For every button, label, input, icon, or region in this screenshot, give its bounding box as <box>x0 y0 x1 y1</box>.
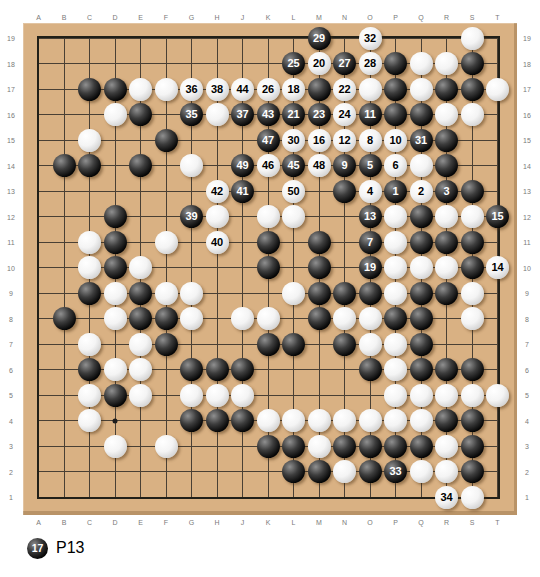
stone-H5 <box>206 384 229 407</box>
row-label-right: 6 <box>525 366 529 373</box>
stone-M16: 23 <box>308 103 331 126</box>
column-label-bottom: R <box>444 519 449 526</box>
column-label-bottom: F <box>164 519 168 526</box>
stone-C7 <box>78 333 101 356</box>
stone-O17 <box>359 78 382 101</box>
stone-K11 <box>257 231 280 254</box>
caption-move-number: 17 <box>32 542 44 554</box>
stone-D5 <box>104 384 127 407</box>
stone-N14: 9 <box>333 154 356 177</box>
stone-E17 <box>129 78 152 101</box>
stone-M11 <box>308 231 331 254</box>
row-label-right: 2 <box>525 468 529 475</box>
stone-G9 <box>180 282 203 305</box>
stone-P16 <box>384 103 407 126</box>
column-label-top: K <box>266 14 271 21</box>
stone-D6 <box>104 358 127 381</box>
row-label-right: 7 <box>525 341 529 348</box>
stone-H4 <box>206 409 229 432</box>
stone-N2 <box>333 460 356 483</box>
row-label-right: 8 <box>525 315 529 322</box>
row-label-right: 3 <box>525 443 529 450</box>
stone-F11 <box>155 231 178 254</box>
column-label-top: P <box>393 14 398 21</box>
stone-K16: 43 <box>257 103 280 126</box>
stone-S10 <box>461 256 484 279</box>
stone-E8 <box>129 307 152 330</box>
stone-J6 <box>231 358 254 381</box>
stone-O8 <box>359 307 382 330</box>
stone-S17 <box>461 78 484 101</box>
column-label-bottom: E <box>138 519 143 526</box>
stone-Q12 <box>410 205 433 228</box>
stone-O4 <box>359 409 382 432</box>
row-label-left: 5 <box>9 392 13 399</box>
stone-E9 <box>129 282 152 305</box>
stone-K4 <box>257 409 280 432</box>
stone-S8 <box>461 307 484 330</box>
stone-L18: 25 <box>282 52 305 75</box>
stone-M10 <box>308 256 331 279</box>
stone-C11 <box>78 231 101 254</box>
row-label-right: 14 <box>523 162 531 169</box>
row-label-right: 12 <box>523 213 531 220</box>
stone-C15 <box>78 129 101 152</box>
stone-K7 <box>257 333 280 356</box>
column-label-top: R <box>444 14 449 21</box>
row-label-left: 1 <box>9 494 13 501</box>
stone-R11 <box>435 231 458 254</box>
stone-M15: 16 <box>308 129 331 152</box>
stone-M18: 20 <box>308 52 331 75</box>
stone-F9 <box>155 282 178 305</box>
stone-D11 <box>104 231 127 254</box>
stone-R17 <box>435 78 458 101</box>
stone-O16: 11 <box>359 103 382 126</box>
stone-L15: 30 <box>282 129 305 152</box>
stone-T5 <box>486 384 509 407</box>
stone-Q15: 31 <box>410 129 433 152</box>
stone-O19: 32 <box>359 27 382 50</box>
stone-D3 <box>104 435 127 458</box>
stone-T10: 14 <box>486 256 509 279</box>
stone-Q16 <box>410 103 433 126</box>
column-label-top: E <box>138 14 143 21</box>
stone-K15: 47 <box>257 129 280 152</box>
stone-S1 <box>461 486 484 509</box>
column-label-top: F <box>164 14 168 21</box>
stone-J13: 41 <box>231 180 254 203</box>
row-label-left: 13 <box>7 188 15 195</box>
stone-N3 <box>333 435 356 458</box>
row-label-right: 9 <box>525 290 529 297</box>
stone-E7 <box>129 333 152 356</box>
row-label-left: 7 <box>9 341 13 348</box>
stone-P8 <box>384 307 407 330</box>
stone-G16: 35 <box>180 103 203 126</box>
row-label-left: 17 <box>7 86 15 93</box>
column-label-bottom: N <box>342 519 347 526</box>
column-label-bottom: S <box>470 519 475 526</box>
stone-M14: 48 <box>308 154 331 177</box>
stone-D10 <box>104 256 127 279</box>
row-label-left: 6 <box>9 366 13 373</box>
stone-O6 <box>359 358 382 381</box>
column-label-top: Q <box>418 14 423 21</box>
stone-N7 <box>333 333 356 356</box>
column-label-bottom: O <box>367 519 372 526</box>
column-label-bottom: D <box>112 519 117 526</box>
stone-D8 <box>104 307 127 330</box>
stone-F3 <box>155 435 178 458</box>
stone-L7 <box>282 333 305 356</box>
stone-P7 <box>384 333 407 356</box>
row-label-right: 13 <box>523 188 531 195</box>
stone-P4 <box>384 409 407 432</box>
stone-O13: 4 <box>359 180 382 203</box>
stone-S6 <box>461 358 484 381</box>
stone-R14 <box>435 154 458 177</box>
stone-M3 <box>308 435 331 458</box>
stone-G17: 36 <box>180 78 203 101</box>
stone-S11 <box>461 231 484 254</box>
stone-S4 <box>461 409 484 432</box>
stone-K12 <box>257 205 280 228</box>
stone-P2: 33 <box>384 460 407 483</box>
column-label-bottom: A <box>36 519 41 526</box>
stone-J4 <box>231 409 254 432</box>
row-label-right: 4 <box>525 417 529 424</box>
column-label-bottom: M <box>316 519 322 526</box>
stone-C17 <box>78 78 101 101</box>
stone-Q8 <box>410 307 433 330</box>
stone-R16 <box>435 103 458 126</box>
stone-C5 <box>78 384 101 407</box>
stone-D9 <box>104 282 127 305</box>
stone-M19: 29 <box>308 27 331 50</box>
stone-S2 <box>461 460 484 483</box>
column-label-bottom: H <box>214 519 219 526</box>
stone-P9 <box>384 282 407 305</box>
row-label-right: 18 <box>523 60 531 67</box>
column-label-top: M <box>316 14 322 21</box>
column-label-bottom: L <box>292 519 296 526</box>
stone-L9 <box>282 282 305 305</box>
stone-Q17 <box>410 78 433 101</box>
column-label-top: N <box>342 14 347 21</box>
stone-Q11 <box>410 231 433 254</box>
stone-R10 <box>435 256 458 279</box>
stone-S3 <box>461 435 484 458</box>
row-label-right: 17 <box>523 86 531 93</box>
column-label-bottom: T <box>495 519 499 526</box>
stone-P12 <box>384 205 407 228</box>
stone-N17: 22 <box>333 78 356 101</box>
stone-H11: 40 <box>206 231 229 254</box>
row-label-left: 12 <box>7 213 15 220</box>
stone-L2 <box>282 460 305 483</box>
move-caption: 17 P13 <box>27 537 84 559</box>
stone-O18: 28 <box>359 52 382 75</box>
row-label-left: 8 <box>9 315 13 322</box>
stone-S12 <box>461 205 484 228</box>
stone-Q6 <box>410 358 433 381</box>
stone-Q2 <box>410 460 433 483</box>
stone-R2 <box>435 460 458 483</box>
stone-G6 <box>180 358 203 381</box>
column-label-top: T <box>495 14 499 21</box>
stone-C6 <box>78 358 101 381</box>
stone-C4 <box>78 409 101 432</box>
column-label-bottom: G <box>189 519 194 526</box>
stone-J8 <box>231 307 254 330</box>
row-label-right: 11 <box>523 239 530 246</box>
stone-P5 <box>384 384 407 407</box>
stone-P18 <box>384 52 407 75</box>
stone-G8 <box>180 307 203 330</box>
stone-O7 <box>359 333 382 356</box>
stone-N13 <box>333 180 356 203</box>
stone-G12: 39 <box>180 205 203 228</box>
stone-Q9 <box>410 282 433 305</box>
stone-Q10 <box>410 256 433 279</box>
stone-R3 <box>435 435 458 458</box>
stone-H13: 42 <box>206 180 229 203</box>
stone-P14: 6 <box>384 154 407 177</box>
stone-R1: 34 <box>435 486 458 509</box>
stone-R9 <box>435 282 458 305</box>
stone-O10: 19 <box>359 256 382 279</box>
stone-S13 <box>461 180 484 203</box>
stone-H6 <box>206 358 229 381</box>
stone-R6 <box>435 358 458 381</box>
stone-E10 <box>129 256 152 279</box>
stone-P13: 1 <box>384 180 407 203</box>
caption-location-label: P13 <box>56 539 84 557</box>
row-label-right: 16 <box>523 111 531 118</box>
stone-Q7 <box>410 333 433 356</box>
stone-L16: 21 <box>282 103 305 126</box>
row-label-left: 11 <box>7 239 14 246</box>
column-label-bottom: K <box>266 519 271 526</box>
stone-J14: 49 <box>231 154 254 177</box>
stone-L4 <box>282 409 305 432</box>
column-label-top: J <box>241 14 245 21</box>
stone-G5 <box>180 384 203 407</box>
stone-C9 <box>78 282 101 305</box>
stone-E6 <box>129 358 152 381</box>
stone-R4 <box>435 409 458 432</box>
stone-K3 <box>257 435 280 458</box>
stone-K17: 26 <box>257 78 280 101</box>
stone-N18: 27 <box>333 52 356 75</box>
stone-N8 <box>333 307 356 330</box>
row-label-left: 14 <box>7 162 15 169</box>
stone-F15 <box>155 129 178 152</box>
stone-S16 <box>461 103 484 126</box>
row-label-right: 10 <box>523 264 531 271</box>
stone-R13: 3 <box>435 180 458 203</box>
stone-L13: 50 <box>282 180 305 203</box>
stone-N15: 12 <box>333 129 356 152</box>
row-label-right: 15 <box>523 137 531 144</box>
column-label-top: A <box>36 14 41 21</box>
row-label-left: 4 <box>9 417 13 424</box>
stone-R18 <box>435 52 458 75</box>
stone-M9 <box>308 282 331 305</box>
stone-B14 <box>53 154 76 177</box>
column-label-bottom: P <box>393 519 398 526</box>
stone-E5 <box>129 384 152 407</box>
stone-G4 <box>180 409 203 432</box>
stone-K10 <box>257 256 280 279</box>
stone-M2 <box>308 460 331 483</box>
stone-P11 <box>384 231 407 254</box>
stone-H16 <box>206 103 229 126</box>
stone-D17 <box>104 78 127 101</box>
stone-T12: 15 <box>486 205 509 228</box>
stone-P15: 10 <box>384 129 407 152</box>
stone-F8 <box>155 307 178 330</box>
stone-H12 <box>206 205 229 228</box>
stone-F7 <box>155 333 178 356</box>
stone-S5 <box>461 384 484 407</box>
row-label-left: 10 <box>7 264 15 271</box>
stone-R15 <box>435 129 458 152</box>
stone-P10 <box>384 256 407 279</box>
stone-P17 <box>384 78 407 101</box>
stone-T17 <box>486 78 509 101</box>
stone-Q5 <box>410 384 433 407</box>
stone-O2 <box>359 460 382 483</box>
stone-Q13: 2 <box>410 180 433 203</box>
stone-E14 <box>129 154 152 177</box>
stone-J16: 37 <box>231 103 254 126</box>
star-point <box>113 418 118 423</box>
stone-N4 <box>333 409 356 432</box>
stone-O15: 8 <box>359 129 382 152</box>
go-game-diagram: AABBCCDDEEFFGGHHJJKKLLMMNNOOPPQQRRSSTT19… <box>0 0 540 577</box>
stone-E16 <box>129 103 152 126</box>
row-label-left: 9 <box>9 290 13 297</box>
stone-N9 <box>333 282 356 305</box>
stone-R12 <box>435 205 458 228</box>
stone-C14 <box>78 154 101 177</box>
stone-O14: 5 <box>359 154 382 177</box>
row-label-right: 1 <box>525 494 529 501</box>
stone-O12: 13 <box>359 205 382 228</box>
column-label-bottom: C <box>87 519 92 526</box>
stone-M17 <box>308 78 331 101</box>
stone-K8 <box>257 307 280 330</box>
stone-Q14 <box>410 154 433 177</box>
row-label-right: 5 <box>525 392 529 399</box>
stone-O11: 7 <box>359 231 382 254</box>
caption-move-stone: 17 <box>27 538 48 559</box>
column-label-bottom: J <box>241 519 245 526</box>
stone-G14 <box>180 154 203 177</box>
stone-O3 <box>359 435 382 458</box>
stone-O9 <box>359 282 382 305</box>
column-label-top: S <box>470 14 475 21</box>
stone-M8 <box>308 307 331 330</box>
stone-N16: 24 <box>333 103 356 126</box>
stone-H17: 38 <box>206 78 229 101</box>
stone-J17: 44 <box>231 78 254 101</box>
column-label-top: L <box>292 14 296 21</box>
column-label-top: O <box>367 14 372 21</box>
column-label-bottom: Q <box>418 519 423 526</box>
stone-J5 <box>231 384 254 407</box>
stone-S9 <box>461 282 484 305</box>
stone-Q18 <box>410 52 433 75</box>
stone-K14: 46 <box>257 154 280 177</box>
column-label-top: H <box>214 14 219 21</box>
column-label-top: B <box>62 14 67 21</box>
row-label-left: 3 <box>9 443 13 450</box>
stone-Q4 <box>410 409 433 432</box>
stone-L14: 45 <box>282 154 305 177</box>
stone-S18 <box>461 52 484 75</box>
stone-L17: 18 <box>282 78 305 101</box>
stone-B8 <box>53 307 76 330</box>
stone-R5 <box>435 384 458 407</box>
column-label-top: D <box>112 14 117 21</box>
column-label-top: G <box>189 14 194 21</box>
stone-L3 <box>282 435 305 458</box>
stone-S19 <box>461 27 484 50</box>
row-label-left: 19 <box>7 35 15 42</box>
row-label-left: 2 <box>9 468 13 475</box>
stone-C10 <box>78 256 101 279</box>
stone-P6 <box>384 358 407 381</box>
stone-L12 <box>282 205 305 228</box>
row-label-right: 19 <box>523 35 531 42</box>
row-label-left: 18 <box>7 60 15 67</box>
stone-Q3 <box>410 435 433 458</box>
row-label-left: 16 <box>7 111 15 118</box>
stone-D12 <box>104 205 127 228</box>
stone-M4 <box>308 409 331 432</box>
stone-F17 <box>155 78 178 101</box>
row-label-left: 15 <box>7 137 15 144</box>
stone-D16 <box>104 103 127 126</box>
column-label-bottom: B <box>62 519 67 526</box>
stone-P3 <box>384 435 407 458</box>
column-label-top: C <box>87 14 92 21</box>
